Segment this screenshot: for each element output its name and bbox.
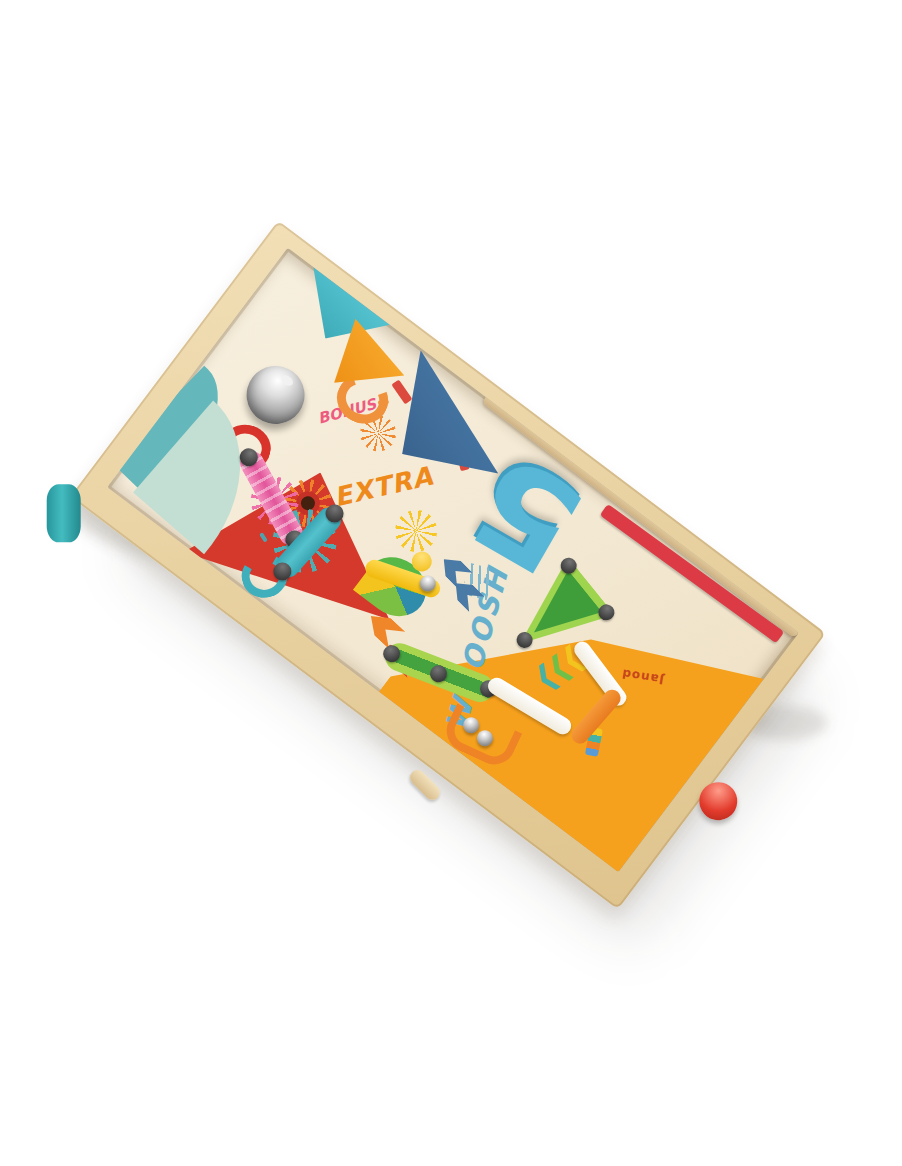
number-five-glyph: 5 — [453, 433, 603, 594]
playfield: EXTRA BONUS WOOOSH Janod — [107, 248, 799, 873]
product-photo-scene: EXTRA BONUS WOOOSH Janod — [0, 0, 902, 1166]
board-leg — [47, 484, 81, 542]
extra-text: EXTRA — [331, 461, 436, 513]
bell — [235, 354, 316, 435]
orange-point-mark — [378, 400, 389, 405]
green-long-peg-2 — [428, 663, 450, 685]
red-rubber-mark-1 — [391, 379, 412, 404]
